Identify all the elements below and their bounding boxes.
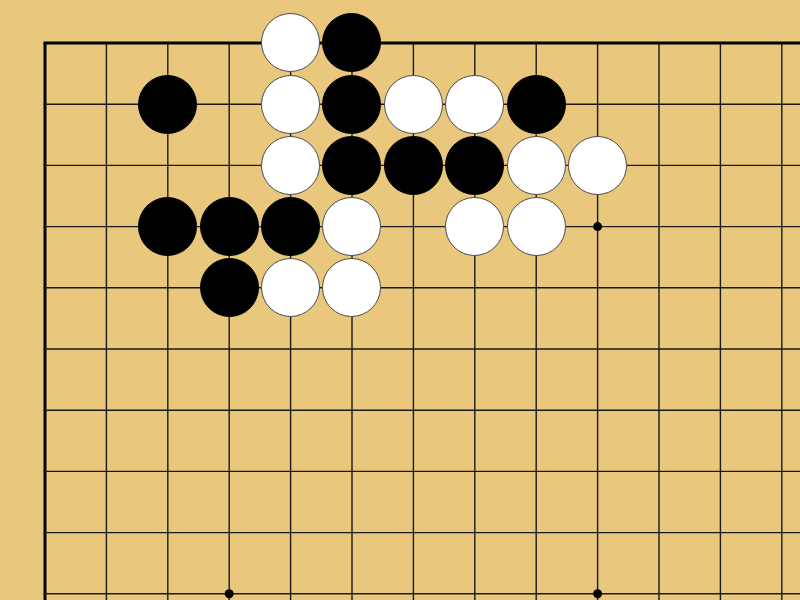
white-stone-F16[interactable] (322, 197, 381, 256)
white-stone-K17[interactable] (568, 136, 627, 195)
black-stone-D16[interactable] (200, 197, 259, 256)
black-stone-F17[interactable] (322, 136, 381, 195)
go-board[interactable] (0, 0, 800, 600)
white-stone-J17[interactable] (507, 136, 566, 195)
white-stone-E19[interactable] (261, 13, 320, 72)
black-stone-G17[interactable] (384, 136, 443, 195)
black-stone-F18[interactable] (322, 75, 381, 134)
stones-layer (14, 12, 800, 600)
black-stone-F19[interactable] (322, 13, 381, 72)
black-stone-C18[interactable] (138, 75, 197, 134)
white-stone-J16[interactable] (507, 197, 566, 256)
black-stone-D15[interactable] (200, 258, 259, 317)
black-stone-H17[interactable] (445, 136, 504, 195)
black-stone-C16[interactable] (138, 197, 197, 256)
black-stone-E16[interactable] (261, 197, 320, 256)
white-stone-H18[interactable] (445, 75, 504, 134)
white-stone-E18[interactable] (261, 75, 320, 134)
white-stone-F15[interactable] (322, 258, 381, 317)
white-stone-E17[interactable] (261, 136, 320, 195)
black-stone-J18[interactable] (507, 75, 566, 134)
white-stone-H16[interactable] (445, 197, 504, 256)
white-stone-G18[interactable] (384, 75, 443, 134)
white-stone-E15[interactable] (261, 258, 320, 317)
